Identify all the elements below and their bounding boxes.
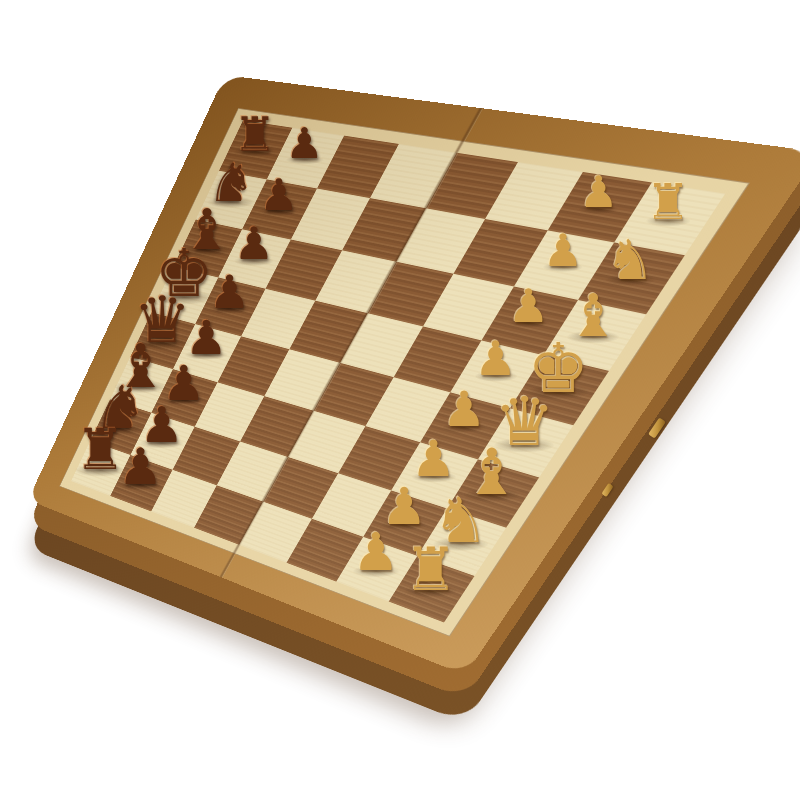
piece-white-knight-g1[interactable]: ♞ [605,233,654,288]
piece-white-rook-a1[interactable]: ♜ [404,540,457,600]
piece-black-pawn-e7[interactable]: ♟ [209,269,250,315]
product-photo-stage: ♜♟♟♜♞♟♟♞♝♟♟♝♚♟♟♚♛♟♟♛♝♟♟♝♞♟♟♞♜♟♟♜ [0,0,800,800]
piece-white-pawn-f2[interactable]: ♟ [508,283,550,329]
piece-white-pawn-d2[interactable]: ♟ [442,386,486,435]
piece-black-pawn-g7[interactable]: ♟ [259,174,298,218]
piece-white-pawn-h2[interactable]: ♟ [579,171,618,215]
piece-black-pawn-f7[interactable]: ♟ [234,222,274,267]
piece-white-rook-h1[interactable]: ♜ [646,178,690,228]
piece-black-pawn-a7[interactable]: ♟ [118,442,163,492]
piece-black-pawn-h7[interactable]: ♟ [286,123,324,165]
piece-white-pawn-e2[interactable]: ♟ [474,335,517,383]
piece-white-pawn-a2[interactable]: ♟ [352,526,399,578]
piece-white-pawn-g2[interactable]: ♟ [543,228,583,273]
pieces-layer: ♜♟♟♜♞♟♟♞♝♟♟♝♚♟♟♚♛♟♟♛♝♟♟♝♞♟♟♞♜♟♟♜ [0,0,800,800]
